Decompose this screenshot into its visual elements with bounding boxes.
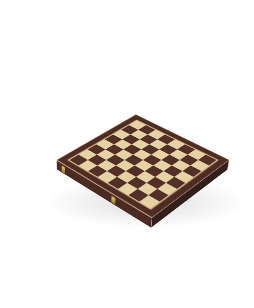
chess-board: ♜♞♝♛♚♝♞♜♟♟♟♟♟♟♟♟♟♟♟♟♟♟♟♟♜♞♝♛♚♝♞♜ (57, 115, 230, 218)
brass-clasp-left (62, 165, 66, 174)
black-pawn-glyph: ♟ (192, 148, 207, 165)
white-rook-glyph: ♜ (140, 180, 160, 202)
chess-set-scene: ♜♞♝♛♚♝♞♜♟♟♟♟♟♟♟♟♟♟♟♟♟♟♟♟♜♞♝♛♚♝♞♜ (0, 0, 254, 308)
brass-clasp-center (111, 196, 115, 205)
product-photo[interactable]: ♜♞♝♛♚♝♞♜♟♟♟♟♟♟♟♟♟♟♟♟♟♟♟♟♜♞♝♛♚♝♞♜ (0, 0, 254, 308)
